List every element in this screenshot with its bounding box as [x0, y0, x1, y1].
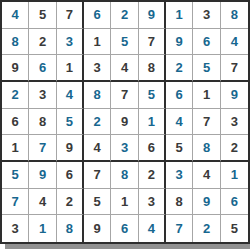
- sudoku-cell-r2c2[interactable]: 2: [29, 29, 56, 56]
- sudoku-grid: 4576291388231579649613482572348756196852…: [0, 0, 250, 244]
- sudoku-cell-r2c8[interactable]: 6: [193, 29, 220, 56]
- sudoku-cell-r3c8[interactable]: 5: [193, 55, 220, 82]
- sudoku-cell-r1c3[interactable]: 7: [57, 2, 84, 29]
- sudoku-cell-r5c2[interactable]: 8: [29, 109, 56, 136]
- sudoku-cell-r8c7[interactable]: 8: [166, 189, 193, 216]
- sudoku-cell-r9c2[interactable]: 1: [29, 215, 56, 242]
- sudoku-cell-r6c4[interactable]: 4: [84, 135, 111, 162]
- sudoku-cell-r3c9[interactable]: 7: [221, 55, 248, 82]
- sudoku-cell-r4c3[interactable]: 4: [57, 82, 84, 109]
- sudoku-cell-r7c9[interactable]: 1: [221, 162, 248, 189]
- sudoku-cell-r7c7[interactable]: 3: [166, 162, 193, 189]
- sudoku-cell-r4c6[interactable]: 5: [139, 82, 166, 109]
- sudoku-cell-r4c5[interactable]: 7: [111, 82, 138, 109]
- sudoku-cell-r8c3[interactable]: 2: [57, 189, 84, 216]
- sudoku-cell-r2c9[interactable]: 4: [221, 29, 248, 56]
- sudoku-cell-r6c8[interactable]: 8: [193, 135, 220, 162]
- sudoku-cell-r4c2[interactable]: 3: [29, 82, 56, 109]
- sudoku-cell-r3c6[interactable]: 8: [139, 55, 166, 82]
- sudoku-cell-r9c8[interactable]: 2: [193, 215, 220, 242]
- sudoku-board: 4576291388231579649613482572348756196852…: [0, 0, 250, 250]
- sudoku-cell-r7c1[interactable]: 5: [2, 162, 29, 189]
- sudoku-cell-r7c5[interactable]: 8: [111, 162, 138, 189]
- sudoku-cell-r9c4[interactable]: 9: [84, 215, 111, 242]
- sudoku-cell-r9c3[interactable]: 8: [57, 215, 84, 242]
- sudoku-cell-r6c7[interactable]: 5: [166, 135, 193, 162]
- sudoku-cell-r2c7[interactable]: 9: [166, 29, 193, 56]
- sudoku-cell-r5c3[interactable]: 5: [57, 109, 84, 136]
- sudoku-cell-r2c4[interactable]: 1: [84, 29, 111, 56]
- sudoku-cell-r6c9[interactable]: 2: [221, 135, 248, 162]
- sudoku-cell-r6c5[interactable]: 3: [111, 135, 138, 162]
- sudoku-cell-r4c1[interactable]: 2: [2, 82, 29, 109]
- sudoku-cell-r6c6[interactable]: 6: [139, 135, 166, 162]
- sudoku-cell-r5c9[interactable]: 3: [221, 109, 248, 136]
- sudoku-cell-r8c4[interactable]: 5: [84, 189, 111, 216]
- sudoku-cell-r1c8[interactable]: 3: [193, 2, 220, 29]
- sudoku-cell-r3c4[interactable]: 3: [84, 55, 111, 82]
- sudoku-cell-r1c2[interactable]: 5: [29, 2, 56, 29]
- sudoku-cell-r3c3[interactable]: 1: [57, 55, 84, 82]
- sudoku-cell-r6c3[interactable]: 9: [57, 135, 84, 162]
- board-shadow: [5, 244, 250, 249]
- sudoku-cell-r9c1[interactable]: 3: [2, 215, 29, 242]
- sudoku-cell-r9c5[interactable]: 6: [111, 215, 138, 242]
- sudoku-cell-r5c1[interactable]: 6: [2, 109, 29, 136]
- sudoku-cell-r8c9[interactable]: 6: [221, 189, 248, 216]
- sudoku-cell-r8c2[interactable]: 4: [29, 189, 56, 216]
- sudoku-cell-r2c5[interactable]: 5: [111, 29, 138, 56]
- sudoku-cell-r9c9[interactable]: 5: [221, 215, 248, 242]
- sudoku-cell-r1c1[interactable]: 4: [2, 2, 29, 29]
- sudoku-cell-r4c7[interactable]: 6: [166, 82, 193, 109]
- sudoku-cell-r3c2[interactable]: 6: [29, 55, 56, 82]
- sudoku-cell-r2c6[interactable]: 7: [139, 29, 166, 56]
- sudoku-cell-r4c8[interactable]: 1: [193, 82, 220, 109]
- sudoku-cell-r8c6[interactable]: 3: [139, 189, 166, 216]
- sudoku-cell-r3c7[interactable]: 2: [166, 55, 193, 82]
- sudoku-cell-r6c1[interactable]: 1: [2, 135, 29, 162]
- sudoku-cell-r1c5[interactable]: 2: [111, 2, 138, 29]
- sudoku-cell-r7c3[interactable]: 6: [57, 162, 84, 189]
- sudoku-cell-r6c2[interactable]: 7: [29, 135, 56, 162]
- sudoku-cell-r8c5[interactable]: 1: [111, 189, 138, 216]
- sudoku-cell-r7c6[interactable]: 2: [139, 162, 166, 189]
- sudoku-cell-r1c7[interactable]: 1: [166, 2, 193, 29]
- sudoku-cell-r4c4[interactable]: 8: [84, 82, 111, 109]
- sudoku-cell-r9c7[interactable]: 7: [166, 215, 193, 242]
- sudoku-cell-r2c1[interactable]: 8: [2, 29, 29, 56]
- sudoku-cell-r8c1[interactable]: 7: [2, 189, 29, 216]
- sudoku-cell-r2c3[interactable]: 3: [57, 29, 84, 56]
- sudoku-cell-r1c6[interactable]: 9: [139, 2, 166, 29]
- sudoku-cell-r3c1[interactable]: 9: [2, 55, 29, 82]
- sudoku-cell-r7c8[interactable]: 4: [193, 162, 220, 189]
- sudoku-cell-r5c6[interactable]: 1: [139, 109, 166, 136]
- sudoku-cell-r1c4[interactable]: 6: [84, 2, 111, 29]
- sudoku-cell-r7c2[interactable]: 9: [29, 162, 56, 189]
- sudoku-cell-r8c8[interactable]: 9: [193, 189, 220, 216]
- sudoku-cell-r5c4[interactable]: 2: [84, 109, 111, 136]
- sudoku-cell-r5c7[interactable]: 4: [166, 109, 193, 136]
- sudoku-cell-r7c4[interactable]: 7: [84, 162, 111, 189]
- sudoku-cell-r3c5[interactable]: 4: [111, 55, 138, 82]
- sudoku-cell-r4c9[interactable]: 9: [221, 82, 248, 109]
- sudoku-cell-r9c6[interactable]: 4: [139, 215, 166, 242]
- sudoku-cell-r5c5[interactable]: 9: [111, 109, 138, 136]
- sudoku-cell-r1c9[interactable]: 8: [221, 2, 248, 29]
- sudoku-cell-r5c8[interactable]: 7: [193, 109, 220, 136]
